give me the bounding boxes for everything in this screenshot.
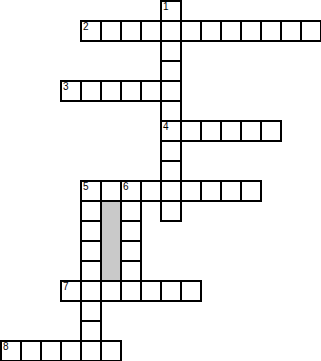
cell-r1c15[interactable]: [300, 20, 321, 42]
cell-r9c8[interactable]: [160, 180, 182, 202]
cell-r6c13[interactable]: [260, 120, 282, 142]
cell-r6c10[interactable]: [200, 120, 222, 142]
cell-r12c6[interactable]: [120, 240, 142, 262]
cell-r4c4[interactable]: [80, 80, 102, 102]
cell-r17c5[interactable]: [100, 340, 122, 361]
cell-r9c5[interactable]: [100, 180, 122, 202]
cell-r12c5-shaded[interactable]: [100, 240, 122, 262]
cell-r17c2[interactable]: [40, 340, 62, 361]
cell-r3c8[interactable]: [160, 60, 182, 82]
cell-r4c8[interactable]: [160, 80, 182, 102]
cell-r1c10[interactable]: [200, 20, 222, 42]
clue-number-5: 5: [83, 182, 89, 191]
cell-r1c8[interactable]: [160, 20, 182, 42]
cell-r4c7[interactable]: [140, 80, 162, 102]
cell-r10c4[interactable]: [80, 200, 102, 222]
cell-r4c6[interactable]: [120, 80, 142, 102]
cell-r1c14[interactable]: [280, 20, 302, 42]
cell-r14c6[interactable]: [120, 280, 142, 302]
cell-r10c5-shaded[interactable]: [100, 200, 122, 222]
cell-r6c12[interactable]: [240, 120, 262, 142]
cell-r6c9[interactable]: [180, 120, 202, 142]
cell-r9c12[interactable]: [240, 180, 262, 202]
cell-r4c5[interactable]: [100, 80, 122, 102]
cell-r5c8[interactable]: [160, 100, 182, 122]
cell-r9c9[interactable]: [180, 180, 202, 202]
cell-r1c13[interactable]: [260, 20, 282, 42]
cell-r10c6[interactable]: [120, 200, 142, 222]
cell-r2c8[interactable]: [160, 40, 182, 62]
clue-number-3: 3: [63, 82, 69, 91]
cell-r14c8[interactable]: [160, 280, 182, 302]
cell-r9c11[interactable]: [220, 180, 242, 202]
cell-r9c7[interactable]: [140, 180, 162, 202]
cell-r1c9[interactable]: [180, 20, 202, 42]
cell-r1c5[interactable]: [100, 20, 122, 42]
cell-r14c9[interactable]: [180, 280, 202, 302]
cell-r17c4[interactable]: [80, 340, 102, 361]
clue-number-4: 4: [163, 122, 169, 131]
cell-r11c6[interactable]: [120, 220, 142, 242]
cell-r6c11[interactable]: [220, 120, 242, 142]
clue-number-1: 1: [163, 2, 169, 11]
clue-number-2: 2: [83, 22, 89, 31]
cell-r14c5[interactable]: [100, 280, 122, 302]
cell-r16c4[interactable]: [80, 320, 102, 342]
cell-r1c11[interactable]: [220, 20, 242, 42]
cell-r17c1[interactable]: [20, 340, 42, 361]
cell-r14c7[interactable]: [140, 280, 162, 302]
cell-r15c4[interactable]: [80, 300, 102, 322]
cell-r1c6[interactable]: [120, 20, 142, 42]
crossword-puzzle-page: 12345678: [0, 0, 321, 361]
cell-r9c10[interactable]: [200, 180, 222, 202]
cell-r1c7[interactable]: [140, 20, 162, 42]
cell-r13c5-shaded[interactable]: [100, 260, 122, 282]
clue-number-6: 6: [123, 182, 129, 191]
crossword-board: 12345678: [0, 0, 321, 361]
clue-number-7: 7: [63, 282, 69, 291]
cell-r13c4[interactable]: [80, 260, 102, 282]
cell-r11c5-shaded[interactable]: [100, 220, 122, 242]
cell-r11c4[interactable]: [80, 220, 102, 242]
cell-r8c8[interactable]: [160, 160, 182, 182]
cell-r12c4[interactable]: [80, 240, 102, 262]
cell-r1c12[interactable]: [240, 20, 262, 42]
cell-r17c3[interactable]: [60, 340, 82, 361]
clue-number-8: 8: [3, 342, 9, 351]
cell-r10c8[interactable]: [160, 200, 182, 222]
cell-r14c4[interactable]: [80, 280, 102, 302]
cell-r7c8[interactable]: [160, 140, 182, 162]
cell-r13c6[interactable]: [120, 260, 142, 282]
